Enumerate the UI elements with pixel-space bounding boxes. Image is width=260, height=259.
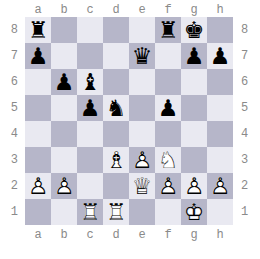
piece-white-pawn[interactable]: ♟♙ [181, 173, 207, 199]
piece-outline-layer: ♙ [129, 147, 155, 173]
file-label-c-bottom: c [77, 229, 103, 242]
square-c7[interactable] [77, 43, 103, 69]
piece-white-pawn[interactable]: ♟♙ [207, 173, 233, 199]
square-f2[interactable]: ♟♙ [155, 173, 181, 199]
file-label-d-top: d [103, 4, 129, 17]
rank-label-7-left: 7 [0, 43, 25, 69]
square-d1[interactable]: ♜♖ [103, 199, 129, 225]
corner-bottom-right [233, 225, 260, 259]
piece-white-rook[interactable]: ♜♖ [103, 199, 129, 225]
piece-black-bishop[interactable]: ♝ [77, 69, 103, 95]
rank-label-6-left: 6 [0, 69, 25, 95]
piece-white-pawn[interactable]: ♟♙ [25, 173, 51, 199]
square-e3[interactable]: ♟♙ [129, 147, 155, 173]
piece-black-pawn[interactable]: ♟ [155, 95, 181, 121]
piece-outline-layer: ♔ [181, 199, 207, 225]
piece-outline-layer: ♙ [207, 173, 233, 199]
piece-black-rook[interactable]: ♜ [25, 17, 51, 43]
square-f4[interactable] [155, 121, 181, 147]
square-h5[interactable] [207, 95, 233, 121]
square-b6[interactable]: ♟ [51, 69, 77, 95]
square-f1[interactable] [155, 199, 181, 225]
file-labels-top: abcdefgh [25, 0, 233, 17]
square-a1[interactable] [25, 199, 51, 225]
square-d5[interactable]: ♞ [103, 95, 129, 121]
file-label-f-top: f [155, 4, 181, 17]
rank-label-7-right: 7 [233, 43, 260, 69]
square-a3[interactable] [25, 147, 51, 173]
file-label-e-bottom: e [129, 229, 155, 242]
square-g6[interactable] [181, 69, 207, 95]
square-g2[interactable]: ♟♙ [181, 173, 207, 199]
piece-outline-layer: ♗ [103, 147, 129, 173]
square-g5[interactable] [181, 95, 207, 121]
rank-label-5-left: 5 [0, 95, 25, 121]
square-h8[interactable] [207, 17, 233, 43]
square-a5[interactable] [25, 95, 51, 121]
rank-labels-left: 87654321 [0, 17, 25, 225]
square-h2[interactable]: ♟♙ [207, 173, 233, 199]
rank-label-6-right: 6 [233, 69, 260, 95]
file-label-h-top: h [207, 4, 233, 17]
file-label-d-bottom: d [103, 229, 129, 242]
piece-black-pawn[interactable]: ♟ [207, 43, 233, 69]
file-label-c-top: c [77, 4, 103, 17]
square-c6[interactable]: ♝ [77, 69, 103, 95]
chess-diagram: abcdefgh 87654321 ♜♜♚♟♛♟♟♟♝♟♞♟♝♗♟♙♞♘♟♙♟♙… [0, 0, 260, 259]
rank-label-2-right: 2 [233, 173, 260, 199]
square-g4[interactable] [181, 121, 207, 147]
square-a8[interactable]: ♜ [25, 17, 51, 43]
file-label-b-bottom: b [51, 229, 77, 242]
square-c8[interactable] [77, 17, 103, 43]
rank-label-1-right: 1 [233, 199, 260, 225]
square-b1[interactable] [51, 199, 77, 225]
square-c1[interactable]: ♜♖ [77, 199, 103, 225]
square-a7[interactable]: ♟ [25, 43, 51, 69]
square-g8[interactable]: ♚ [181, 17, 207, 43]
square-f6[interactable] [155, 69, 181, 95]
square-f8[interactable]: ♜ [155, 17, 181, 43]
square-d2[interactable] [103, 173, 129, 199]
square-g1[interactable]: ♚♔ [181, 199, 207, 225]
corner-bottom-left [0, 225, 25, 259]
square-g7[interactable]: ♟ [181, 43, 207, 69]
piece-white-pawn[interactable]: ♟♙ [129, 147, 155, 173]
square-f7[interactable] [155, 43, 181, 69]
piece-white-queen[interactable]: ♛♕ [129, 173, 155, 199]
square-a6[interactable] [25, 69, 51, 95]
piece-white-pawn[interactable]: ♟♙ [155, 173, 181, 199]
rank-label-2-left: 2 [0, 173, 25, 199]
square-e5[interactable] [129, 95, 155, 121]
piece-outline-layer: ♖ [103, 199, 129, 225]
square-g3[interactable] [181, 147, 207, 173]
piece-outline-layer: ♙ [181, 173, 207, 199]
square-h1[interactable] [207, 199, 233, 225]
square-c2[interactable] [77, 173, 103, 199]
square-b2[interactable]: ♟♙ [51, 173, 77, 199]
square-e8[interactable] [129, 17, 155, 43]
rank-label-8-left: 8 [0, 17, 25, 43]
square-b4[interactable] [51, 121, 77, 147]
square-b3[interactable] [51, 147, 77, 173]
square-e1[interactable] [129, 199, 155, 225]
square-e7[interactable]: ♛ [129, 43, 155, 69]
square-h6[interactable] [207, 69, 233, 95]
piece-black-pawn[interactable]: ♟ [51, 69, 77, 95]
file-label-e-top: e [129, 4, 155, 17]
square-d7[interactable] [103, 43, 129, 69]
piece-black-knight[interactable]: ♞ [103, 95, 129, 121]
rank-labels-right: 87654321 [233, 17, 260, 225]
square-h3[interactable] [207, 147, 233, 173]
square-e6[interactable] [129, 69, 155, 95]
corner-top-left [0, 0, 25, 17]
square-d3[interactable]: ♝♗ [103, 147, 129, 173]
file-label-f-bottom: f [155, 229, 181, 242]
piece-outline-layer: ♘ [155, 147, 181, 173]
square-a4[interactable] [25, 121, 51, 147]
square-e4[interactable] [129, 121, 155, 147]
rank-label-4-right: 4 [233, 121, 260, 147]
rank-label-8-right: 8 [233, 17, 260, 43]
square-b8[interactable] [51, 17, 77, 43]
file-label-b-top: b [51, 4, 77, 17]
square-f5[interactable]: ♟ [155, 95, 181, 121]
square-b5[interactable] [51, 95, 77, 121]
square-b7[interactable] [51, 43, 77, 69]
square-d4[interactable] [103, 121, 129, 147]
file-label-a-bottom: a [25, 229, 51, 242]
piece-white-knight[interactable]: ♞♘ [155, 147, 181, 173]
file-label-g-top: g [181, 4, 207, 17]
piece-black-rook[interactable]: ♜ [155, 17, 181, 43]
piece-black-pawn[interactable]: ♟ [25, 43, 51, 69]
chess-board: ♜♜♚♟♛♟♟♟♝♟♞♟♝♗♟♙♞♘♟♙♟♙♛♕♟♙♟♙♟♙♜♖♜♖♚♔ [25, 17, 233, 225]
piece-white-bishop[interactable]: ♝♗ [103, 147, 129, 173]
rank-label-1-left: 1 [0, 199, 25, 225]
piece-white-rook[interactable]: ♜♖ [77, 199, 103, 225]
square-f3[interactable]: ♞♘ [155, 147, 181, 173]
file-label-g-bottom: g [181, 229, 207, 242]
piece-white-king[interactable]: ♚♔ [181, 199, 207, 225]
square-e2[interactable]: ♛♕ [129, 173, 155, 199]
rank-label-5-right: 5 [233, 95, 260, 121]
piece-black-pawn[interactable]: ♟ [181, 43, 207, 69]
rank-label-3-left: 3 [0, 147, 25, 173]
file-label-a-top: a [25, 4, 51, 17]
square-h4[interactable] [207, 121, 233, 147]
piece-black-king[interactable]: ♚ [181, 17, 207, 43]
piece-outline-layer: ♙ [25, 173, 51, 199]
square-c3[interactable] [77, 147, 103, 173]
square-c5[interactable]: ♟ [77, 95, 103, 121]
rank-label-3-right: 3 [233, 147, 260, 173]
piece-outline-layer: ♖ [77, 199, 103, 225]
rank-label-4-left: 4 [0, 121, 25, 147]
piece-black-queen[interactable]: ♛ [129, 43, 155, 69]
piece-black-pawn[interactable]: ♟ [77, 95, 103, 121]
piece-outline-layer: ♕ [129, 173, 155, 199]
square-c4[interactable] [77, 121, 103, 147]
piece-white-pawn[interactable]: ♟♙ [51, 173, 77, 199]
square-d8[interactable] [103, 17, 129, 43]
square-d6[interactable] [103, 69, 129, 95]
file-labels-bottom: abcdefgh [25, 225, 233, 259]
piece-outline-layer: ♙ [51, 173, 77, 199]
corner-top-right [233, 0, 260, 17]
square-a2[interactable]: ♟♙ [25, 173, 51, 199]
square-h7[interactable]: ♟ [207, 43, 233, 69]
file-label-h-bottom: h [207, 229, 233, 242]
piece-outline-layer: ♙ [155, 173, 181, 199]
